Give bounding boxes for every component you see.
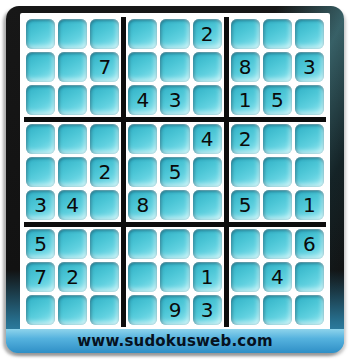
cell-r1c9[interactable]	[295, 19, 324, 49]
cell-r8c8[interactable]: 4	[263, 262, 292, 292]
box-r3c1: 572	[24, 227, 121, 327]
cell-r4c9[interactable]	[295, 124, 324, 154]
board-panel: 7243831523445825157219364	[20, 13, 330, 331]
cell-r7c7[interactable]	[231, 229, 260, 259]
cell-r3c1[interactable]	[26, 85, 55, 115]
cell-r8c1[interactable]: 7	[26, 262, 55, 292]
cell-r5c8[interactable]	[263, 157, 292, 187]
cell-r7c2[interactable]	[58, 229, 87, 259]
cell-r1c8[interactable]	[263, 19, 292, 49]
box-r2c3: 251	[229, 122, 326, 222]
cell-r3c5[interactable]: 3	[160, 85, 189, 115]
cell-r5c6[interactable]	[193, 157, 222, 187]
cell-r8c3[interactable]	[90, 262, 119, 292]
sudoku-grid: 7243831523445825157219364	[24, 17, 326, 327]
cell-r6c5[interactable]	[160, 190, 189, 220]
cell-r6c7[interactable]: 5	[231, 190, 260, 220]
cell-r7c9[interactable]: 6	[295, 229, 324, 259]
cell-r6c3[interactable]	[90, 190, 119, 220]
footer-link[interactable]: www.sudokusweb.com	[77, 332, 272, 350]
cell-r7c6[interactable]	[193, 229, 222, 259]
cell-r1c1[interactable]	[26, 19, 55, 49]
cell-r2c1[interactable]	[26, 52, 55, 82]
cell-r9c9[interactable]	[295, 295, 324, 325]
cell-r3c8[interactable]: 5	[263, 85, 292, 115]
cell-r4c2[interactable]	[58, 124, 87, 154]
cell-r1c7[interactable]	[231, 19, 260, 49]
cell-r2c4[interactable]	[128, 52, 157, 82]
box-r2c2: 458	[126, 122, 223, 222]
cell-r7c8[interactable]	[263, 229, 292, 259]
cell-r7c4[interactable]	[128, 229, 157, 259]
cell-r4c4[interactable]	[128, 124, 157, 154]
box-r2c1: 234	[24, 122, 121, 222]
cell-r9c6[interactable]: 3	[193, 295, 222, 325]
cell-r4c8[interactable]	[263, 124, 292, 154]
cell-r2c2[interactable]	[58, 52, 87, 82]
box-r3c3: 64	[229, 227, 326, 327]
cell-r5c9[interactable]	[295, 157, 324, 187]
cell-r9c2[interactable]	[58, 295, 87, 325]
cell-r8c7[interactable]	[231, 262, 260, 292]
cell-r2c8[interactable]	[263, 52, 292, 82]
cell-r2c9[interactable]: 3	[295, 52, 324, 82]
cell-r5c7[interactable]	[231, 157, 260, 187]
box-r1c2: 243	[126, 17, 223, 117]
cell-r2c6[interactable]	[193, 52, 222, 82]
cell-r6c1[interactable]: 3	[26, 190, 55, 220]
cell-r7c5[interactable]	[160, 229, 189, 259]
cell-r8c9[interactable]	[295, 262, 324, 292]
cell-r3c3[interactable]	[90, 85, 119, 115]
cell-r2c5[interactable]	[160, 52, 189, 82]
cell-r3c7[interactable]: 1	[231, 85, 260, 115]
cell-r9c1[interactable]	[26, 295, 55, 325]
cell-r9c7[interactable]	[231, 295, 260, 325]
cell-r3c9[interactable]	[295, 85, 324, 115]
cell-r8c6[interactable]: 1	[193, 262, 222, 292]
box-r1c1: 7	[24, 17, 121, 117]
box-r3c2: 193	[126, 227, 223, 327]
cell-r4c5[interactable]	[160, 124, 189, 154]
cell-r3c4[interactable]: 4	[128, 85, 157, 115]
cell-r2c3[interactable]: 7	[90, 52, 119, 82]
cell-r4c6[interactable]: 4	[193, 124, 222, 154]
cell-r3c6[interactable]	[193, 85, 222, 115]
cell-r6c9[interactable]: 1	[295, 190, 324, 220]
cell-r8c2[interactable]: 2	[58, 262, 87, 292]
footer-band: www.sudokusweb.com	[6, 329, 344, 353]
cell-r1c3[interactable]	[90, 19, 119, 49]
cell-r6c2[interactable]: 4	[58, 190, 87, 220]
board-frame: 7243831523445825157219364 www.sudokusweb…	[6, 6, 344, 353]
cell-r6c4[interactable]: 8	[128, 190, 157, 220]
cell-r9c4[interactable]	[128, 295, 157, 325]
cell-r8c5[interactable]	[160, 262, 189, 292]
cell-r5c4[interactable]	[128, 157, 157, 187]
cell-r1c6[interactable]: 2	[193, 19, 222, 49]
cell-r6c6[interactable]	[193, 190, 222, 220]
cell-r5c5[interactable]: 5	[160, 157, 189, 187]
cell-r7c3[interactable]	[90, 229, 119, 259]
cell-r9c8[interactable]	[263, 295, 292, 325]
cell-r5c1[interactable]	[26, 157, 55, 187]
cell-r6c8[interactable]	[263, 190, 292, 220]
cell-r4c7[interactable]: 2	[231, 124, 260, 154]
box-r1c3: 8315	[229, 17, 326, 117]
cell-r1c5[interactable]	[160, 19, 189, 49]
cell-r2c7[interactable]: 8	[231, 52, 260, 82]
cell-r5c3[interactable]: 2	[90, 157, 119, 187]
cell-r4c3[interactable]	[90, 124, 119, 154]
cell-r8c4[interactable]	[128, 262, 157, 292]
cell-r3c2[interactable]	[58, 85, 87, 115]
cell-r1c2[interactable]	[58, 19, 87, 49]
cell-r5c2[interactable]	[58, 157, 87, 187]
cell-r9c3[interactable]	[90, 295, 119, 325]
cell-r1c4[interactable]	[128, 19, 157, 49]
cell-r9c5[interactable]: 9	[160, 295, 189, 325]
cell-r7c1[interactable]: 5	[26, 229, 55, 259]
cell-r4c1[interactable]	[26, 124, 55, 154]
